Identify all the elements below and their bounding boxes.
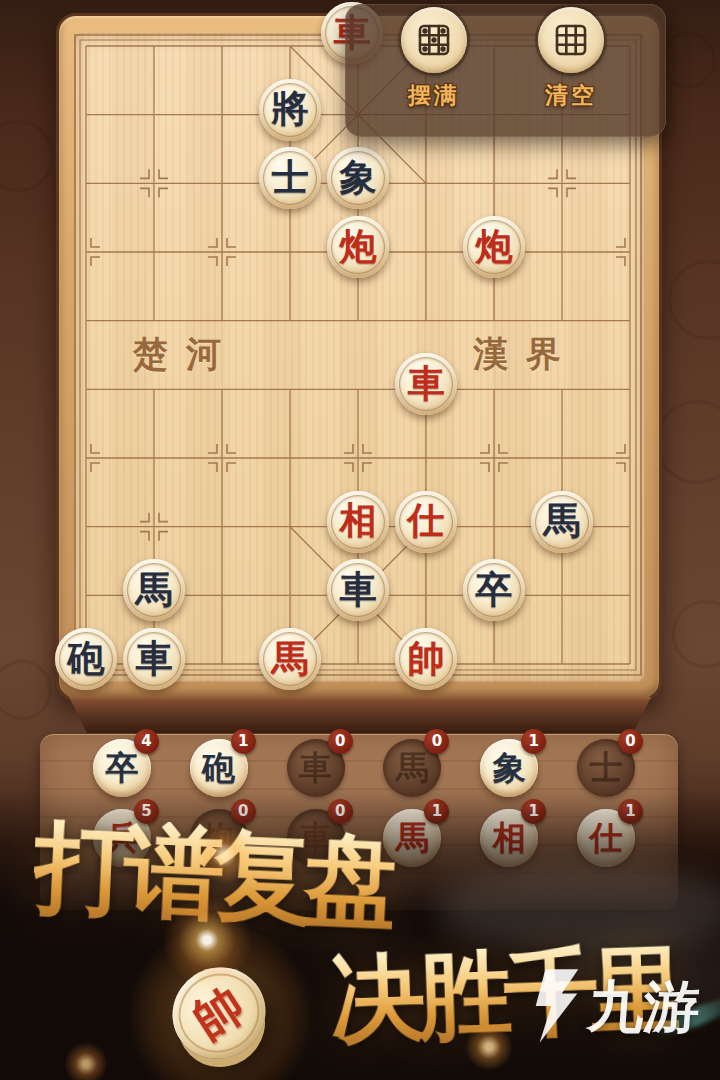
board-piece-red-f4r3[interactable]: 炮 bbox=[327, 216, 389, 278]
decor-general-glyph: 帥 bbox=[181, 973, 256, 1053]
piece-count-badge: 0 bbox=[328, 729, 353, 754]
piece-glyph: 士 bbox=[272, 159, 309, 198]
decor-general-piece: 帥 bbox=[155, 950, 283, 1077]
jiuyou-logo-text: 九游 bbox=[586, 978, 702, 1034]
piece-glyph: 車 bbox=[408, 365, 445, 404]
fill-board-button[interactable]: 摆满 bbox=[389, 7, 479, 111]
tray-slot-red-5-row1[interactable]: 仕1 bbox=[577, 809, 635, 867]
piece-glyph: 相 bbox=[340, 502, 377, 541]
piece-glyph: 砲 bbox=[68, 640, 105, 679]
background-pattern-ring bbox=[0, 120, 54, 192]
promo-headline-1: 打谱复盘 bbox=[32, 816, 396, 932]
piece-glyph: 仕 bbox=[408, 502, 445, 541]
tray-slot-black-1-row0[interactable]: 砲1 bbox=[190, 739, 248, 797]
board-piece-black-f3r2[interactable]: 士 bbox=[259, 147, 321, 209]
tray-slot-black-0-row0[interactable]: 卒4 bbox=[93, 739, 151, 797]
tray-piece-glyph: 馬 bbox=[396, 751, 429, 786]
piece-glyph: 炮 bbox=[476, 228, 513, 267]
background-pattern-ring bbox=[668, 260, 720, 340]
tray-slot-black-4-row0[interactable]: 象1 bbox=[480, 739, 538, 797]
piece-glyph: 馬 bbox=[136, 571, 173, 610]
piece-glyph: 卒 bbox=[476, 571, 513, 610]
board-editor-popup: 摆满 清空 bbox=[345, 4, 666, 137]
tray-piece-glyph: 相 bbox=[493, 821, 526, 856]
piece-count-badge: 0 bbox=[618, 729, 643, 754]
piece-count-badge: 1 bbox=[521, 729, 546, 754]
clear-board-label: 清空 bbox=[526, 80, 616, 111]
board-piece-red-f5r7[interactable]: 仕 bbox=[395, 491, 457, 553]
tray-piece-glyph: 象 bbox=[493, 751, 526, 786]
piece-glyph: 炮 bbox=[340, 228, 377, 267]
board-piece-black-f6r8[interactable]: 卒 bbox=[463, 559, 525, 621]
piece-glyph: 馬 bbox=[272, 640, 309, 679]
board-piece-red-f5r9[interactable]: 帥 bbox=[395, 628, 457, 690]
river-label-left: 楚河 bbox=[133, 331, 239, 378]
board-piece-black-f3r1[interactable]: 將 bbox=[259, 79, 321, 141]
board-piece-red-f4r7[interactable]: 相 bbox=[327, 491, 389, 553]
background-pattern-ring bbox=[655, 400, 720, 484]
fill-board-icon bbox=[401, 7, 467, 73]
jiuyou-watermark: 九游 bbox=[528, 968, 700, 1044]
tray-piece-glyph: 卒 bbox=[106, 751, 139, 786]
tray-slot-black-5-row0[interactable]: 士0 bbox=[577, 739, 635, 797]
tray-piece-glyph: 車 bbox=[299, 751, 332, 786]
fill-board-icon bbox=[415, 21, 453, 59]
piece-glyph: 象 bbox=[340, 159, 377, 198]
jiuyou-logo-icon bbox=[528, 968, 586, 1044]
river-label-right: 漢界 bbox=[473, 331, 579, 378]
tray-piece-glyph: 馬 bbox=[396, 821, 429, 856]
board-piece-black-f4r8[interactable]: 車 bbox=[327, 559, 389, 621]
clear-board-icon bbox=[552, 21, 590, 59]
piece-glyph: 車 bbox=[340, 571, 377, 610]
background-pattern-ring bbox=[672, 600, 720, 668]
piece-count-badge: 1 bbox=[424, 799, 449, 824]
clear-board-button[interactable]: 清空 bbox=[526, 7, 616, 111]
clear-board-icon bbox=[538, 7, 604, 73]
piece-glyph: 車 bbox=[136, 640, 173, 679]
piece-count-badge: 1 bbox=[231, 729, 256, 754]
light-flare bbox=[64, 1042, 108, 1080]
screen: 楚河 漢界 車將士象炮炮車相仕馬馬車卒砲車馬帥 卒4砲1車0馬0象1士0兵5炮0… bbox=[0, 0, 720, 1080]
background-pattern-ring bbox=[0, 660, 52, 720]
board-piece-black-f4r2[interactable]: 象 bbox=[327, 147, 389, 209]
piece-glyph: 帥 bbox=[408, 640, 445, 679]
piece-glyph: 馬 bbox=[544, 502, 581, 541]
tray-slot-red-4-row1[interactable]: 相1 bbox=[480, 809, 538, 867]
board-piece-black-f0r9[interactable]: 砲 bbox=[55, 628, 117, 690]
piece-count-badge: 0 bbox=[424, 729, 449, 754]
board-piece-black-f1r8[interactable]: 馬 bbox=[123, 559, 185, 621]
board-piece-red-f5r5[interactable]: 車 bbox=[395, 353, 457, 415]
fill-board-label: 摆满 bbox=[389, 80, 479, 111]
background-pattern-ring bbox=[660, 32, 716, 88]
board-piece-red-f6r3[interactable]: 炮 bbox=[463, 216, 525, 278]
piece-count-badge: 1 bbox=[618, 799, 643, 824]
board-piece-black-f7r7[interactable]: 馬 bbox=[531, 491, 593, 553]
board-pedestal bbox=[60, 697, 660, 733]
tray-piece-glyph: 砲 bbox=[202, 751, 235, 786]
board-piece-red-f3r9[interactable]: 馬 bbox=[259, 628, 321, 690]
piece-count-badge: 1 bbox=[521, 799, 546, 824]
piece-glyph: 將 bbox=[272, 90, 309, 129]
board-piece-black-f1r9[interactable]: 車 bbox=[123, 628, 185, 690]
tray-piece-glyph: 仕 bbox=[590, 821, 623, 856]
tray-slot-black-3-row0[interactable]: 馬0 bbox=[383, 739, 441, 797]
piece-count-badge: 4 bbox=[134, 729, 159, 754]
tray-slot-black-2-row0[interactable]: 車0 bbox=[287, 739, 345, 797]
tray-piece-glyph: 士 bbox=[590, 751, 623, 786]
